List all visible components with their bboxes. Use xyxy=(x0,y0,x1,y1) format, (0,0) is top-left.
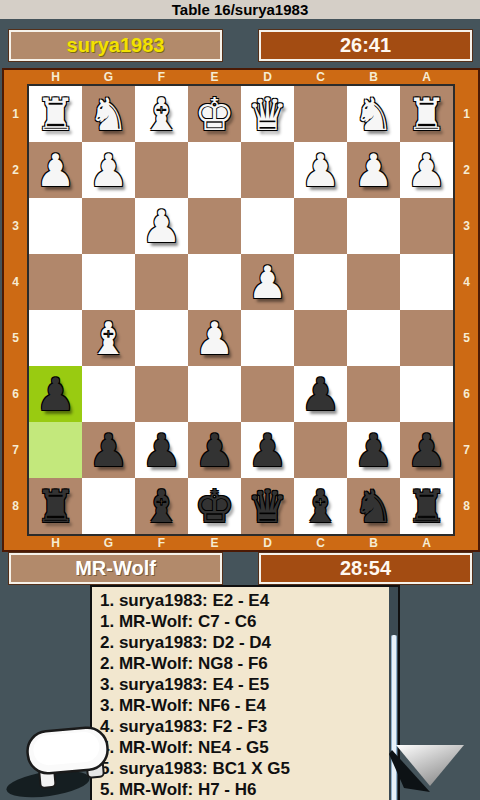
bottom-clock-time: 28:54 xyxy=(340,557,391,580)
square-A5[interactable] xyxy=(400,310,453,366)
square-G7[interactable]: ♟ xyxy=(82,422,135,478)
rank-label-4: 4 xyxy=(4,254,27,310)
square-B1[interactable]: ♞ xyxy=(347,86,400,142)
square-B8[interactable]: ♞ xyxy=(347,478,400,534)
square-E2[interactable] xyxy=(188,142,241,198)
square-D3[interactable] xyxy=(241,198,294,254)
square-H8[interactable]: ♜ xyxy=(29,478,82,534)
rank-label-3: 3 xyxy=(4,198,27,254)
file-labels-bottom: HGFEDCBA xyxy=(29,536,453,550)
white-queen-piece: ♛ xyxy=(247,88,287,141)
rank-label-5: 5 xyxy=(4,310,27,366)
square-D8[interactable]: ♛ xyxy=(241,478,294,534)
white-pawn-piece: ♟ xyxy=(194,312,234,365)
square-C8[interactable]: ♝ xyxy=(294,478,347,534)
board-grid: ♜♞♝♚♛♞♜♟♟♟♟♟♟♟♝♟♟♟♟♟♟♟♟♟♜♝♚♛♝♞♜ xyxy=(27,84,455,536)
white-pawn-piece: ♟ xyxy=(300,144,340,197)
square-E7[interactable]: ♟ xyxy=(188,422,241,478)
square-A8[interactable]: ♜ xyxy=(400,478,453,534)
square-D6[interactable] xyxy=(241,366,294,422)
square-G2[interactable]: ♟ xyxy=(82,142,135,198)
square-B2[interactable]: ♟ xyxy=(347,142,400,198)
black-pawn-piece: ♟ xyxy=(247,424,287,477)
move-line: 5. surya1983: BC1 X G5 xyxy=(100,758,384,779)
rank-label-6: 6 xyxy=(4,366,27,422)
black-pawn-piece: ♟ xyxy=(300,368,340,421)
square-H6[interactable]: ♟ xyxy=(29,366,82,422)
square-A1[interactable]: ♜ xyxy=(400,86,453,142)
square-F7[interactable]: ♟ xyxy=(135,422,188,478)
black-pawn-piece: ♟ xyxy=(88,424,128,477)
move-line: 3. MR-Wolf: NF6 - E4 xyxy=(100,695,384,716)
file-label-C: C xyxy=(294,70,347,84)
rank-label-6: 6 xyxy=(455,366,478,422)
rank-labels-right: 12345678 xyxy=(455,86,478,534)
white-rook-piece: ♜ xyxy=(35,88,75,141)
white-bishop-piece: ♝ xyxy=(88,312,128,365)
black-pawn-piece: ♟ xyxy=(35,368,75,421)
square-G6[interactable] xyxy=(82,366,135,422)
title-bar: Table 16/surya1983 xyxy=(0,0,480,19)
square-D5[interactable] xyxy=(241,310,294,366)
white-pawn-piece: ♟ xyxy=(35,144,75,197)
white-knight-piece: ♞ xyxy=(353,88,393,141)
page-title: Table 16/surya1983 xyxy=(172,0,308,19)
black-king-piece: ♚ xyxy=(194,480,234,533)
square-H1[interactable]: ♜ xyxy=(29,86,82,142)
square-B7[interactable]: ♟ xyxy=(347,422,400,478)
file-label-H: H xyxy=(29,70,82,84)
white-rook-piece: ♜ xyxy=(406,88,446,141)
square-E8[interactable]: ♚ xyxy=(188,478,241,534)
file-label-B: B xyxy=(347,536,400,550)
square-C6[interactable]: ♟ xyxy=(294,366,347,422)
rank-label-1: 1 xyxy=(4,86,27,142)
black-rook-piece: ♜ xyxy=(406,480,446,533)
square-D4[interactable]: ♟ xyxy=(241,254,294,310)
rank-label-3: 3 xyxy=(455,198,478,254)
file-label-A: A xyxy=(400,70,453,84)
square-B6[interactable] xyxy=(347,366,400,422)
top-player-clock: 26:41 xyxy=(259,30,472,61)
white-pawn-piece: ♟ xyxy=(353,144,393,197)
square-B4[interactable] xyxy=(347,254,400,310)
move-line: 4. surya1983: F2 - F3 xyxy=(100,716,384,737)
square-A7[interactable]: ♟ xyxy=(400,422,453,478)
chess-board: HGFEDCBA 12345678 ♜♞♝♚♛♞♜♟♟♟♟♟♟♟♝♟♟♟♟♟♟♟… xyxy=(2,68,480,552)
rank-label-2: 2 xyxy=(455,142,478,198)
rank-labels-left: 12345678 xyxy=(4,86,27,534)
rank-label-7: 7 xyxy=(455,422,478,478)
white-pawn-piece: ♟ xyxy=(247,256,287,309)
top-player-name: surya1983 xyxy=(67,34,165,57)
square-A2[interactable]: ♟ xyxy=(400,142,453,198)
black-knight-piece: ♞ xyxy=(353,480,393,533)
black-pawn-piece: ♟ xyxy=(194,424,234,477)
square-C2[interactable]: ♟ xyxy=(294,142,347,198)
white-knight-piece: ♞ xyxy=(88,88,128,141)
square-A3[interactable] xyxy=(400,198,453,254)
move-line: 2. MR-Wolf: NG8 - F6 xyxy=(100,653,384,674)
rank-label-8: 8 xyxy=(455,478,478,534)
table-icon[interactable] xyxy=(4,722,120,800)
black-pawn-piece: ♟ xyxy=(353,424,393,477)
file-label-C: C xyxy=(294,536,347,550)
square-E3[interactable] xyxy=(188,198,241,254)
rank-label-2: 2 xyxy=(4,142,27,198)
black-pawn-piece: ♟ xyxy=(141,424,181,477)
square-D2[interactable] xyxy=(241,142,294,198)
rank-label-8: 8 xyxy=(4,478,27,534)
square-F5[interactable] xyxy=(135,310,188,366)
file-label-D: D xyxy=(241,70,294,84)
file-label-F: F xyxy=(135,70,188,84)
move-line: 3. surya1983: E4 - E5 xyxy=(100,674,384,695)
square-C1[interactable] xyxy=(294,86,347,142)
square-F1[interactable]: ♝ xyxy=(135,86,188,142)
square-C4[interactable] xyxy=(294,254,347,310)
square-H2[interactable]: ♟ xyxy=(29,142,82,198)
white-bishop-piece: ♝ xyxy=(141,88,181,141)
bottom-player-name: MR-Wolf xyxy=(75,557,156,580)
file-label-B: B xyxy=(347,70,400,84)
square-E6[interactable] xyxy=(188,366,241,422)
square-F6[interactable] xyxy=(135,366,188,422)
square-F3[interactable]: ♟ xyxy=(135,198,188,254)
square-D7[interactable]: ♟ xyxy=(241,422,294,478)
move-line: 2. surya1983: D2 - D4 xyxy=(100,632,384,653)
square-G5[interactable]: ♝ xyxy=(82,310,135,366)
square-B3[interactable] xyxy=(347,198,400,254)
square-E1[interactable]: ♚ xyxy=(188,86,241,142)
square-G3[interactable] xyxy=(82,198,135,254)
move-line: 1. MR-Wolf: C7 - C6 xyxy=(100,611,384,632)
square-H5[interactable] xyxy=(29,310,82,366)
bottom-player-clock: 28:54 xyxy=(259,553,472,584)
move-line: 1. surya1983: E2 - E4 xyxy=(100,590,384,611)
white-pawn-piece: ♟ xyxy=(141,200,181,253)
black-pawn-piece: ♟ xyxy=(406,424,446,477)
top-player-name-box: surya1983 xyxy=(9,30,222,61)
square-E5[interactable]: ♟ xyxy=(188,310,241,366)
black-queen-piece: ♛ xyxy=(247,480,287,533)
rank-label-7: 7 xyxy=(4,422,27,478)
file-label-E: E xyxy=(188,70,241,84)
square-F4[interactable] xyxy=(135,254,188,310)
file-label-G: G xyxy=(82,70,135,84)
white-king-piece: ♚ xyxy=(194,88,234,141)
file-label-E: E xyxy=(188,536,241,550)
file-label-F: F xyxy=(135,536,188,550)
square-H4[interactable] xyxy=(29,254,82,310)
black-bishop-piece: ♝ xyxy=(300,480,340,533)
square-G1[interactable]: ♞ xyxy=(82,86,135,142)
square-F2[interactable] xyxy=(135,142,188,198)
square-B5[interactable] xyxy=(347,310,400,366)
black-bishop-piece: ♝ xyxy=(141,480,181,533)
square-G8[interactable] xyxy=(82,478,135,534)
square-H7[interactable] xyxy=(29,422,82,478)
rank-label-4: 4 xyxy=(455,254,478,310)
rank-label-5: 5 xyxy=(455,310,478,366)
file-label-H: H xyxy=(29,536,82,550)
move-list[interactable]: 1. surya1983: E2 - E41. MR-Wolf: C7 - C6… xyxy=(90,585,400,800)
move-line: 4. MR-Wolf: NE4 - G5 xyxy=(100,737,384,758)
square-H3[interactable] xyxy=(29,198,82,254)
move-line: 5. MR-Wolf: H7 - H6 xyxy=(100,779,384,800)
file-labels-top: HGFEDCBA xyxy=(29,70,453,84)
rank-label-1: 1 xyxy=(455,86,478,142)
move-lines: 1. surya1983: E2 - E41. MR-Wolf: C7 - C6… xyxy=(92,587,398,800)
white-pawn-piece: ♟ xyxy=(406,144,446,197)
square-D1[interactable]: ♛ xyxy=(241,86,294,142)
black-rook-piece: ♜ xyxy=(35,480,75,533)
file-label-A: A xyxy=(400,536,453,550)
square-A6[interactable] xyxy=(400,366,453,422)
square-A4[interactable] xyxy=(400,254,453,310)
square-C7[interactable] xyxy=(294,422,347,478)
white-pawn-piece: ♟ xyxy=(88,144,128,197)
bottom-player-name-box: MR-Wolf xyxy=(9,553,222,584)
file-label-D: D xyxy=(241,536,294,550)
file-label-G: G xyxy=(82,536,135,550)
square-C3[interactable] xyxy=(294,198,347,254)
down-arrow-icon[interactable] xyxy=(388,738,472,796)
top-clock-time: 26:41 xyxy=(340,34,391,57)
square-F8[interactable]: ♝ xyxy=(135,478,188,534)
square-E4[interactable] xyxy=(188,254,241,310)
square-G4[interactable] xyxy=(82,254,135,310)
square-C5[interactable] xyxy=(294,310,347,366)
